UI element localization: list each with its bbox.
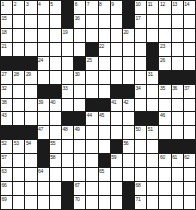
crossword-cell[interactable] (184, 196, 195, 209)
crossword-cell[interactable]: 8 (99, 1, 110, 14)
clue-number: 63 (2, 168, 7, 174)
crossword-cell[interactable] (135, 71, 146, 84)
crossword-cell[interactable] (62, 99, 73, 112)
crossword-cell[interactable]: 39 (38, 99, 49, 112)
clue-number: 53 (14, 140, 19, 146)
crossword-cell[interactable]: 66 (1, 182, 12, 195)
crossword-cell[interactable] (147, 29, 158, 42)
crossword-cell[interactable]: 48 (62, 126, 73, 139)
crossword-cell[interactable]: 11 (147, 1, 158, 14)
crossword-cell[interactable] (172, 196, 183, 209)
blocked-cell (13, 126, 24, 139)
crossword-cell[interactable] (172, 182, 183, 195)
crossword-cell[interactable] (13, 43, 24, 56)
crossword-cell[interactable]: 67 (74, 182, 85, 195)
crossword-cell[interactable] (62, 43, 73, 56)
clue-number: 30 (75, 71, 80, 77)
clue-number: 38 (2, 99, 7, 105)
crossword-cell[interactable] (13, 154, 24, 167)
blocked-cell (62, 196, 73, 209)
crossword-cell[interactable] (99, 71, 110, 84)
crossword-grid: 1234567891011121314151617181920212223242… (0, 0, 196, 210)
clue-number: 34 (136, 85, 141, 91)
clue-number: 40 (50, 99, 55, 105)
crossword-cell[interactable] (86, 140, 97, 153)
clue-number: 59 (111, 154, 116, 160)
blocked-cell (62, 182, 73, 195)
clue-number: 65 (99, 168, 104, 174)
blocked-cell (123, 15, 134, 28)
crossword-cell[interactable] (86, 29, 97, 42)
crossword-cell[interactable] (50, 168, 61, 181)
blocked-cell (38, 154, 49, 167)
crossword-cell[interactable]: 13 (172, 1, 183, 14)
crossword-cell[interactable] (184, 29, 195, 42)
crossword-cell[interactable] (25, 168, 36, 181)
crossword-cell[interactable]: 52 (1, 140, 12, 153)
crossword-cell[interactable] (172, 57, 183, 70)
blocked-cell (147, 112, 158, 125)
crossword-cell[interactable] (135, 168, 146, 181)
blocked-cell (62, 15, 73, 28)
crossword-cell[interactable] (184, 168, 195, 181)
crossword-cell[interactable] (147, 15, 158, 28)
blocked-cell (1, 126, 12, 139)
clue-number: 1 (2, 1, 4, 7)
crossword-cell[interactable]: 56 (123, 140, 134, 153)
crossword-cell[interactable] (86, 126, 97, 139)
clue-number: 67 (75, 182, 80, 188)
crossword-cell[interactable]: 31 (147, 71, 158, 84)
crossword-cell[interactable] (74, 154, 85, 167)
clue-number: 19 (62, 29, 67, 35)
crossword-cell[interactable]: 24 (38, 57, 49, 70)
crossword-cell[interactable] (50, 126, 61, 139)
clue-number: 70 (75, 196, 80, 202)
crossword-cell[interactable] (13, 196, 24, 209)
blocked-cell (135, 112, 146, 125)
blocked-cell (38, 85, 49, 98)
crossword-cell[interactable] (123, 71, 134, 84)
crossword-cell[interactable]: 15 (1, 15, 12, 28)
crossword-cell[interactable] (74, 85, 85, 98)
crossword-cell[interactable] (74, 99, 85, 112)
crossword-cell[interactable]: 44 (86, 112, 97, 125)
clue-number: 62 (184, 154, 189, 160)
blocked-cell (123, 85, 134, 98)
crossword-cell[interactable] (172, 43, 183, 56)
crossword-cell[interactable] (62, 71, 73, 84)
crossword-cell[interactable] (135, 57, 146, 70)
clue-number: 45 (99, 112, 104, 118)
crossword-cell[interactable] (147, 182, 158, 195)
crossword-cell[interactable]: 5 (50, 1, 61, 14)
clue-number: 46 (160, 112, 165, 118)
crossword-cell[interactable] (147, 196, 158, 209)
crossword-cell[interactable] (25, 182, 36, 195)
crossword-cell[interactable]: 70 (74, 196, 85, 209)
crossword-cell[interactable] (86, 182, 97, 195)
crossword-cell[interactable] (50, 71, 61, 84)
crossword-cell[interactable]: 36 (172, 85, 183, 98)
blocked-cell (1, 57, 12, 70)
crossword-cell[interactable] (50, 57, 61, 70)
crossword-cell[interactable]: 3 (25, 1, 36, 14)
clue-number: 23 (160, 43, 165, 49)
clue-number: 35 (160, 85, 165, 91)
crossword-cell[interactable]: 64 (38, 168, 49, 181)
blocked-cell (13, 57, 24, 70)
crossword-cell[interactable] (99, 126, 110, 139)
blocked-cell (99, 99, 110, 112)
crossword-cell[interactable]: 20 (123, 29, 134, 42)
clue-number: 6 (75, 1, 77, 7)
crossword-cell[interactable] (86, 154, 97, 167)
blocked-cell (25, 126, 36, 139)
crossword-cell[interactable] (99, 85, 110, 98)
clue-number: 36 (172, 85, 177, 91)
crossword-cell[interactable]: 58 (50, 154, 61, 167)
crossword-cell[interactable] (147, 154, 158, 167)
crossword-cell[interactable]: 42 (123, 99, 134, 112)
crossword-cell[interactable]: 49 (74, 126, 85, 139)
crossword-cell[interactable] (123, 126, 134, 139)
clue-number: 50 (136, 126, 141, 132)
crossword-cell[interactable] (50, 15, 61, 28)
crossword-cell[interactable] (25, 15, 36, 28)
crossword-cell[interactable]: 35 (159, 85, 170, 98)
crossword-cell[interactable] (99, 15, 110, 28)
crossword-cell[interactable] (184, 182, 195, 195)
crossword-cell[interactable] (111, 196, 122, 209)
crossword-cell[interactable] (25, 43, 36, 56)
clue-number: 24 (38, 57, 43, 63)
clue-number: 7 (87, 1, 89, 7)
crossword-cell[interactable]: 22 (99, 43, 110, 56)
crossword-cell[interactable]: 28 (13, 71, 24, 84)
blocked-cell (159, 140, 170, 153)
crossword-cell[interactable] (111, 29, 122, 42)
crossword-cell[interactable]: 7 (86, 1, 97, 14)
blocked-cell (62, 1, 73, 14)
crossword-cell[interactable] (38, 43, 49, 56)
clue-number: 61 (172, 154, 177, 160)
crossword-cell[interactable]: 21 (1, 43, 12, 56)
blocked-cell (111, 140, 122, 153)
crossword-cell[interactable] (172, 126, 183, 139)
crossword-cell[interactable]: 57 (1, 154, 12, 167)
clue-number: 48 (62, 126, 67, 132)
crossword-cell[interactable] (13, 99, 24, 112)
crossword-cell[interactable]: 46 (159, 112, 170, 125)
crossword-cell[interactable] (74, 43, 85, 56)
crossword-cell[interactable] (99, 182, 110, 195)
blocked-cell (99, 154, 110, 167)
crossword-cell[interactable] (159, 168, 170, 181)
clue-number: 33 (62, 85, 67, 91)
crossword-cell[interactable]: 19 (62, 29, 73, 42)
clue-number: 12 (160, 1, 165, 7)
blocked-cell (25, 57, 36, 70)
crossword-cell[interactable] (147, 85, 158, 98)
crossword-cell[interactable]: 10 (135, 1, 146, 14)
crossword-cell[interactable]: 60 (159, 154, 170, 167)
crossword-cell[interactable] (135, 99, 146, 112)
crossword-cell[interactable]: 38 (1, 99, 12, 112)
crossword-cell[interactable] (172, 168, 183, 181)
clue-number: 60 (160, 154, 165, 160)
crossword-cell[interactable]: 1 (1, 1, 12, 14)
crossword-cell[interactable] (184, 43, 195, 56)
clue-number: 15 (2, 15, 7, 21)
clue-number: 54 (26, 140, 31, 146)
clue-number: 2 (14, 1, 16, 7)
crossword-cell[interactable]: 45 (99, 112, 110, 125)
clue-number: 32 (2, 85, 7, 91)
crossword-cell[interactable]: 37 (184, 85, 195, 98)
clue-number: 10 (136, 1, 141, 7)
crossword-cell[interactable] (74, 140, 85, 153)
crossword-cell[interactable] (172, 15, 183, 28)
clue-number: 14 (184, 1, 189, 7)
crossword-cell[interactable] (86, 15, 97, 28)
crossword-cell[interactable] (123, 168, 134, 181)
crossword-cell[interactable] (135, 43, 146, 56)
blocked-cell (172, 71, 183, 84)
clue-number: 41 (111, 99, 116, 105)
blocked-cell (50, 85, 61, 98)
crossword-cell[interactable] (25, 154, 36, 167)
crossword-cell[interactable] (62, 168, 73, 181)
crossword-cell[interactable] (25, 85, 36, 98)
clue-number: 3 (26, 1, 28, 7)
clue-number: 42 (123, 99, 128, 105)
crossword-cell[interactable] (86, 196, 97, 209)
crossword-cell[interactable]: 40 (50, 99, 61, 112)
crossword-cell[interactable] (123, 154, 134, 167)
crossword-cell[interactable] (74, 168, 85, 181)
clue-number: 4 (38, 1, 40, 7)
crossword-cell[interactable]: 68 (135, 182, 146, 195)
crossword-cell[interactable] (111, 112, 122, 125)
crossword-cell[interactable]: 41 (111, 99, 122, 112)
blocked-cell (62, 112, 73, 125)
crossword-cell[interactable] (86, 71, 97, 84)
clue-number: 28 (14, 71, 19, 77)
clue-number: 68 (136, 182, 141, 188)
crossword-cell[interactable] (184, 112, 195, 125)
crossword-cell[interactable]: 34 (135, 85, 146, 98)
crossword-cell[interactable]: 27 (1, 71, 12, 84)
crossword-cell[interactable] (99, 57, 110, 70)
crossword-cell[interactable] (159, 182, 170, 195)
crossword-cell[interactable] (13, 112, 24, 125)
clue-number: 22 (99, 43, 104, 49)
crossword-cell[interactable] (13, 182, 24, 195)
clue-number: 57 (2, 154, 7, 160)
clue-number: 71 (136, 196, 141, 202)
crossword-cell[interactable] (172, 99, 183, 112)
clue-number: 39 (38, 99, 43, 105)
crossword-cell[interactable] (99, 140, 110, 153)
crossword-cell[interactable] (38, 182, 49, 195)
crossword-cell[interactable]: 16 (74, 15, 85, 28)
blocked-cell (111, 85, 122, 98)
blocked-cell (172, 140, 183, 153)
clue-number: 58 (50, 154, 55, 160)
clue-number: 17 (136, 15, 141, 21)
clue-number: 43 (2, 112, 7, 118)
crossword-cell[interactable] (159, 99, 170, 112)
crossword-cell[interactable] (38, 29, 49, 42)
blocked-cell (123, 196, 134, 209)
blocked-cell (74, 57, 85, 70)
blocked-cell (123, 1, 134, 14)
crossword-cell[interactable] (135, 140, 146, 153)
crossword-cell[interactable] (38, 112, 49, 125)
clue-number: 55 (50, 140, 55, 146)
crossword-cell[interactable]: 6 (74, 1, 85, 14)
crossword-cell[interactable] (25, 112, 36, 125)
crossword-cell[interactable]: 47 (38, 126, 49, 139)
crossword-cell[interactable]: 25 (86, 57, 97, 70)
crossword-cell[interactable] (111, 43, 122, 56)
crossword-cell[interactable] (50, 182, 61, 195)
crossword-cell[interactable] (13, 168, 24, 181)
crossword-cell[interactable] (13, 85, 24, 98)
crossword-cell[interactable] (50, 112, 61, 125)
clue-number: 52 (2, 140, 7, 146)
clue-number: 47 (38, 126, 43, 132)
crossword-cell[interactable] (123, 57, 134, 70)
crossword-cell[interactable] (25, 196, 36, 209)
crossword-cell[interactable] (111, 182, 122, 195)
clue-number: 9 (111, 1, 113, 7)
crossword-cell[interactable]: 71 (135, 196, 146, 209)
crossword-cell[interactable]: 23 (159, 43, 170, 56)
crossword-cell[interactable]: 62 (184, 154, 195, 167)
crossword-cell[interactable] (86, 85, 97, 98)
blocked-cell (86, 43, 97, 56)
crossword-cell[interactable] (147, 168, 158, 181)
crossword-cell[interactable]: 54 (25, 140, 36, 153)
blocked-cell (86, 99, 97, 112)
crossword-cell[interactable]: 65 (99, 168, 110, 181)
crossword-cell[interactable] (111, 57, 122, 70)
crossword-cell[interactable]: 2 (13, 1, 24, 14)
crossword-cell[interactable]: 43 (1, 112, 12, 125)
crossword-cell[interactable]: 63 (1, 168, 12, 181)
crossword-cell[interactable] (184, 57, 195, 70)
clue-number: 16 (75, 15, 80, 21)
crossword-cell[interactable] (62, 154, 73, 167)
crossword-cell[interactable] (159, 196, 170, 209)
crossword-cell[interactable] (184, 126, 195, 139)
blocked-cell (147, 57, 158, 70)
crossword-cell[interactable]: 29 (25, 71, 36, 84)
clue-number: 44 (87, 112, 92, 118)
crossword-cell[interactable]: 61 (172, 154, 183, 167)
crossword-cell[interactable] (99, 29, 110, 42)
crossword-cell[interactable]: 59 (111, 154, 122, 167)
crossword-cell[interactable]: 30 (74, 71, 85, 84)
crossword-cell[interactable]: 53 (13, 140, 24, 153)
crossword-cell[interactable] (111, 126, 122, 139)
crossword-cell[interactable] (184, 15, 195, 28)
crossword-cell[interactable]: 26 (159, 57, 170, 70)
clue-number: 66 (2, 182, 7, 188)
crossword-cell[interactable] (135, 29, 146, 42)
crossword-cell[interactable]: 9 (111, 1, 122, 14)
clue-number: 18 (2, 29, 7, 35)
crossword-cell[interactable]: 32 (1, 85, 12, 98)
clue-number: 13 (172, 1, 177, 7)
crossword-cell[interactable]: 50 (135, 126, 146, 139)
crossword-cell[interactable]: 14 (184, 1, 195, 14)
crossword-cell[interactable] (123, 43, 134, 56)
clue-number: 27 (2, 71, 7, 77)
clue-number: 26 (160, 57, 165, 63)
crossword-cell[interactable] (123, 112, 134, 125)
crossword-cell[interactable] (184, 99, 195, 112)
crossword-cell[interactable] (135, 154, 146, 167)
blocked-cell (38, 140, 49, 153)
crossword-cell[interactable]: 4 (38, 1, 49, 14)
crossword-cell[interactable]: 12 (159, 1, 170, 14)
crossword-cell[interactable] (111, 168, 122, 181)
crossword-cell[interactable] (86, 168, 97, 181)
crossword-cell[interactable] (50, 196, 61, 209)
crossword-cell[interactable]: 69 (1, 196, 12, 209)
crossword-cell[interactable]: 17 (135, 15, 146, 28)
clue-number: 21 (2, 43, 7, 49)
crossword-cell[interactable] (147, 140, 158, 153)
crossword-cell[interactable] (38, 15, 49, 28)
crossword-cell[interactable] (99, 196, 110, 209)
crossword-cell[interactable] (50, 29, 61, 42)
clue-number: 5 (50, 1, 52, 7)
crossword-cell[interactable] (62, 140, 73, 153)
crossword-cell[interactable] (111, 71, 122, 84)
blocked-cell (184, 140, 195, 153)
crossword-cell[interactable] (50, 43, 61, 56)
crossword-cell[interactable] (159, 29, 170, 42)
crossword-cell[interactable] (74, 29, 85, 42)
crossword-cell[interactable] (147, 99, 158, 112)
crossword-cell[interactable] (13, 29, 24, 42)
crossword-cell[interactable] (38, 196, 49, 209)
crossword-cell[interactable] (62, 57, 73, 70)
crossword-cell[interactable] (159, 15, 170, 28)
blocked-cell (147, 43, 158, 56)
crossword-cell[interactable] (13, 15, 24, 28)
crossword-cell[interactable] (38, 71, 49, 84)
clue-number: 25 (87, 57, 92, 63)
clue-number: 56 (123, 140, 128, 146)
crossword-cell[interactable] (172, 112, 183, 125)
clue-number: 29 (26, 71, 31, 77)
crossword-cell[interactable] (159, 126, 170, 139)
crossword-cell[interactable] (111, 15, 122, 28)
crossword-cell[interactable]: 33 (62, 85, 73, 98)
crossword-cell[interactable]: 55 (50, 140, 61, 153)
crossword-cell[interactable] (25, 29, 36, 42)
crossword-cell[interactable] (172, 29, 183, 42)
crossword-cell[interactable]: 18 (1, 29, 12, 42)
clue-number: 8 (99, 1, 101, 7)
crossword-cell[interactable] (25, 99, 36, 112)
crossword-cell[interactable]: 51 (147, 126, 158, 139)
